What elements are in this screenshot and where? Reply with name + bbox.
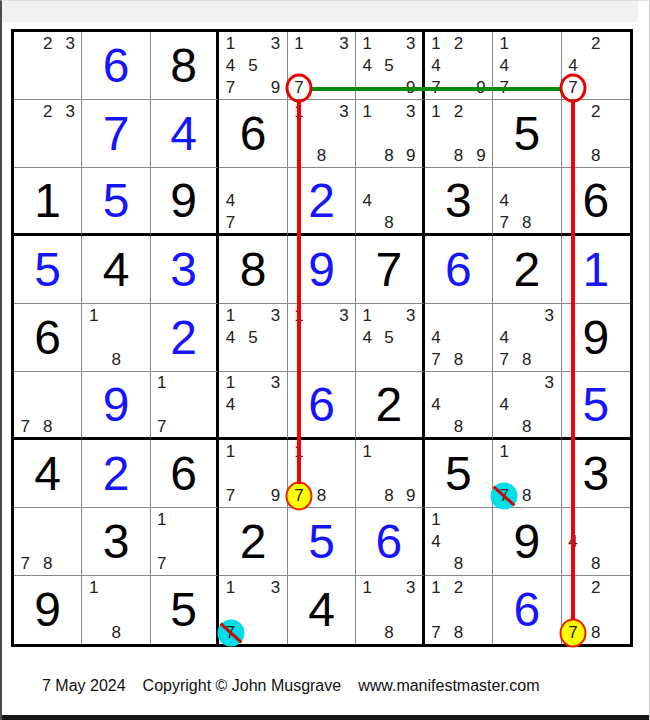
cell-r3c6[interactable]: 48 [356, 168, 424, 236]
cell-r6c3[interactable]: 17 [151, 372, 219, 440]
cell-r9c9[interactable]: 278 [562, 576, 630, 644]
candidate-2: 2 [447, 100, 469, 122]
candidate-7-cyan: 7 [493, 485, 515, 507]
solved-digit: 4 [170, 110, 197, 158]
pencil-marks: 13459 [356, 32, 421, 99]
cell-r8c3[interactable]: 17 [151, 508, 219, 576]
candidate-7: 7 [493, 211, 515, 233]
pencil-marks: 78 [14, 372, 81, 437]
given-digit: 1 [34, 177, 61, 225]
given-digit: 4 [103, 246, 130, 294]
cell-r6c4[interactable]: 134 [219, 372, 287, 440]
candidate-1: 1 [219, 576, 241, 599]
candidate-7: 7 [425, 77, 447, 99]
bottom-bar [2, 715, 649, 720]
candidate-4: 4 [425, 530, 447, 552]
cell-r7c8[interactable]: 178 [493, 440, 561, 508]
cell-r4c3[interactable]: 3 [151, 236, 219, 304]
given-digit: 2 [376, 381, 403, 429]
candidate-8: 8 [516, 485, 538, 507]
given-digit: 9 [513, 518, 540, 566]
pencil-marks: 137 [288, 32, 355, 99]
solved-digit: 6 [376, 518, 403, 566]
candidate-1: 1 [82, 576, 104, 599]
candidate-3: 3 [333, 32, 355, 54]
solved-digit: 1 [582, 246, 609, 294]
candidate-5: 5 [242, 326, 264, 348]
candidate-4: 4 [425, 326, 447, 348]
pencil-marks: 17 [151, 508, 216, 575]
pencil-marks: 48 [562, 508, 630, 575]
candidate-4: 4 [493, 326, 515, 348]
cell-r7c6[interactable]: 189 [356, 440, 424, 508]
candidate-8: 8 [378, 145, 400, 167]
candidate-2: 2 [36, 100, 58, 122]
candidate-7: 7 [493, 77, 515, 99]
cell-r5c2[interactable]: 18 [82, 304, 150, 372]
cell-r6c6[interactable]: 2 [356, 372, 424, 440]
solved-digit: 7 [103, 110, 130, 158]
given-digit: 9 [34, 586, 61, 634]
cell-r3c9[interactable]: 6 [562, 168, 630, 236]
candidate-3: 3 [538, 372, 560, 394]
pencil-marks: 1289 [425, 100, 492, 167]
candidate-1: 1 [425, 32, 447, 54]
cell-r1c4[interactable]: 134579 [219, 32, 287, 100]
cell-r1c9[interactable]: 247 [562, 32, 630, 100]
solved-digit: 3 [170, 246, 197, 294]
given-digit: 4 [34, 450, 61, 498]
cell-r3c2[interactable]: 5 [82, 168, 150, 236]
solved-digit: 2 [170, 314, 197, 362]
candidate-1: 1 [356, 576, 378, 599]
pencil-marks: 134579 [219, 32, 286, 99]
given-digit: 3 [582, 450, 609, 498]
cell-r3c3[interactable]: 9 [151, 168, 219, 236]
candidate-8: 8 [310, 485, 332, 507]
footer: 7 May 2024 Copyright © John Musgrave www… [42, 677, 540, 695]
candidate-1: 1 [151, 372, 173, 394]
candidate-8: 8 [310, 145, 332, 167]
pencil-marks: 478 [493, 168, 560, 233]
candidate-7-yellow: 7 [562, 621, 585, 644]
pencil-marks: 179 [219, 440, 286, 507]
candidate-7: 7 [151, 553, 173, 575]
candidate-1: 1 [425, 576, 447, 599]
footer-copyright: Copyright © John Musgrave [143, 677, 342, 695]
candidate-8: 8 [105, 349, 127, 371]
cell-r5c7[interactable]: 478 [425, 304, 493, 372]
pencil-marks: 147 [493, 32, 560, 99]
cell-r5c6[interactable]: 1345 [356, 304, 424, 372]
candidate-3: 3 [264, 372, 286, 394]
solved-digit: 6 [445, 246, 472, 294]
candidate-2: 2 [584, 100, 607, 122]
pencil-marks: 148 [425, 508, 492, 575]
candidate-7: 7 [425, 621, 447, 644]
pencil-marks: 78 [14, 508, 81, 575]
pencil-marks: 18 [82, 304, 149, 371]
cell-r9c3[interactable]: 5 [151, 576, 219, 644]
candidate-4: 4 [219, 326, 241, 348]
pencil-marks: 1389 [356, 100, 421, 167]
candidate-1: 1 [493, 32, 515, 54]
candidate-9: 9 [470, 145, 492, 167]
given-digit: 9 [582, 314, 609, 362]
cell-r8c7[interactable]: 148 [425, 508, 493, 576]
candidate-3: 3 [333, 100, 355, 122]
cell-r8c9[interactable]: 48 [562, 508, 630, 576]
cell-r9c7[interactable]: 1278 [425, 576, 493, 644]
given-digit: 2 [513, 246, 540, 294]
candidate-9: 9 [264, 77, 286, 99]
candidate-4: 4 [219, 190, 241, 212]
candidate-8: 8 [36, 415, 58, 437]
solved-digit: 2 [308, 177, 335, 225]
pencil-marks: 189 [356, 440, 421, 507]
board-grid: 2368134579137134591247914724723746138138… [14, 32, 630, 644]
candidate-3: 3 [264, 576, 286, 599]
pencil-marks: 1345 [219, 304, 286, 371]
cell-r7c9[interactable]: 3 [562, 440, 630, 508]
candidate-3: 3 [538, 304, 560, 326]
candidate-7-cyan: 7 [219, 621, 241, 644]
given-digit: 3 [445, 177, 472, 225]
cell-r2c6[interactable]: 1389 [356, 100, 424, 168]
candidate-2: 2 [36, 32, 58, 54]
page: 2368134579137134591247914724723746138138… [0, 0, 650, 720]
cell-r9c2[interactable]: 18 [82, 576, 150, 644]
solved-digit: 9 [308, 246, 335, 294]
candidate-4: 4 [493, 54, 515, 76]
footer-url[interactable]: www.manifestmaster.com [358, 677, 539, 695]
pencil-marks: 138 [356, 576, 421, 644]
given-digit: 8 [240, 246, 267, 294]
pencil-marks: 138 [288, 100, 355, 167]
cell-r9c8[interactable]: 6 [493, 576, 561, 644]
given-digit: 6 [34, 314, 61, 362]
cell-r3c7[interactable]: 3 [425, 168, 493, 236]
cell-r9c1[interactable]: 9 [14, 576, 82, 644]
cell-r4c2[interactable]: 4 [82, 236, 150, 304]
cell-r1c8[interactable]: 147 [493, 32, 561, 100]
candidate-2: 2 [447, 576, 469, 599]
cell-r7c1[interactable]: 4 [14, 440, 82, 508]
candidate-8: 8 [584, 553, 607, 575]
pencil-marks: 48 [425, 372, 492, 437]
cell-r8c5[interactable]: 5 [288, 508, 356, 576]
cell-r1c7[interactable]: 12479 [425, 32, 493, 100]
pencil-marks: 1278 [425, 576, 492, 644]
cell-r1c1[interactable]: 23 [14, 32, 82, 100]
given-digit: 9 [170, 177, 197, 225]
candidate-8: 8 [447, 349, 469, 371]
candidate-3: 3 [400, 100, 422, 122]
cell-r4c6[interactable]: 7 [356, 236, 424, 304]
pencil-marks: 23 [14, 32, 81, 99]
cell-r8c1[interactable]: 78 [14, 508, 82, 576]
cell-r8c8[interactable]: 9 [493, 508, 561, 576]
pencil-marks: 178 [493, 440, 560, 507]
candidate-1: 1 [356, 32, 378, 54]
candidate-7: 7 [493, 349, 515, 371]
candidate-7: 7 [151, 415, 173, 437]
cell-r3c5[interactable]: 2 [288, 168, 356, 236]
candidate-1: 1 [425, 100, 447, 122]
pencil-marks: 48 [356, 168, 421, 233]
cell-r3c8[interactable]: 478 [493, 168, 561, 236]
cell-r2c3[interactable]: 4 [151, 100, 219, 168]
cell-r2c9[interactable]: 28 [562, 100, 630, 168]
candidate-8: 8 [447, 553, 469, 575]
pencil-marks: 3478 [493, 304, 560, 371]
given-digit: 5 [445, 450, 472, 498]
cell-r4c1[interactable]: 5 [14, 236, 82, 304]
candidate-8: 8 [447, 415, 469, 437]
pencil-marks: 12479 [425, 32, 492, 99]
cell-r1c3[interactable]: 8 [151, 32, 219, 100]
cell-r1c2[interactable]: 6 [82, 32, 150, 100]
candidate-8: 8 [447, 621, 469, 644]
candidate-2: 2 [447, 32, 469, 54]
pencil-marks: 348 [493, 372, 560, 437]
cell-r7c3[interactable]: 6 [151, 440, 219, 508]
solved-digit: 5 [103, 177, 130, 225]
candidate-8: 8 [584, 621, 607, 644]
pencil-marks: 134 [219, 372, 286, 437]
pencil-marks: 278 [562, 576, 630, 644]
candidate-5: 5 [242, 54, 264, 76]
cell-r6c5[interactable]: 6 [288, 372, 356, 440]
given-digit: 6 [582, 177, 609, 225]
footer-date: 7 May 2024 [42, 677, 126, 695]
given-digit: 4 [308, 586, 335, 634]
cell-r4c7[interactable]: 6 [425, 236, 493, 304]
cell-r7c2[interactable]: 2 [82, 440, 150, 508]
cell-r2c2[interactable]: 7 [82, 100, 150, 168]
pencil-marks: 247 [562, 32, 630, 99]
candidate-7: 7 [219, 211, 241, 233]
pencil-marks: 23 [14, 100, 81, 167]
candidate-4: 4 [356, 326, 378, 348]
candidate-1: 1 [219, 304, 241, 326]
candidate-7: 7 [14, 553, 36, 575]
cell-r4c5[interactable]: 9 [288, 236, 356, 304]
candidate-1: 1 [493, 440, 515, 462]
candidate-4: 4 [219, 54, 241, 76]
cell-r7c5[interactable]: 178 [288, 440, 356, 508]
pencil-marks: 13 [288, 304, 355, 371]
candidate-4: 4 [493, 190, 515, 212]
cell-r3c4[interactable]: 47 [219, 168, 287, 236]
candidate-3: 3 [59, 32, 81, 54]
candidate-8: 8 [584, 145, 607, 167]
candidate-7: 7 [219, 77, 241, 99]
candidate-4: 4 [493, 394, 515, 416]
given-digit: 2 [240, 518, 267, 566]
candidate-1: 1 [82, 304, 104, 326]
solved-digit: 6 [308, 381, 335, 429]
candidate-8: 8 [378, 485, 400, 507]
cell-r2c8[interactable]: 5 [493, 100, 561, 168]
candidate-1: 1 [219, 440, 241, 462]
candidate-8: 8 [105, 621, 127, 644]
solved-digit: 6 [103, 42, 130, 90]
candidate-3: 3 [59, 100, 81, 122]
cell-r4c4[interactable]: 8 [219, 236, 287, 304]
candidate-4: 4 [219, 394, 241, 416]
cell-r6c7[interactable]: 48 [425, 372, 493, 440]
candidate-3: 3 [333, 304, 355, 326]
candidate-8: 8 [447, 145, 469, 167]
cell-r6c8[interactable]: 348 [493, 372, 561, 440]
cell-r1c5[interactable]: 137 [288, 32, 356, 100]
given-digit: 8 [170, 42, 197, 90]
cell-r5c3[interactable]: 2 [151, 304, 219, 372]
candidate-3: 3 [264, 32, 286, 54]
candidate-8: 8 [516, 211, 538, 233]
cell-r7c7[interactable]: 5 [425, 440, 493, 508]
pencil-marks: 478 [425, 304, 492, 371]
cell-r4c8[interactable]: 2 [493, 236, 561, 304]
solved-digit: 5 [582, 381, 609, 429]
candidate-2: 2 [584, 576, 607, 599]
solved-digit: 6 [513, 586, 540, 634]
candidate-4: 4 [356, 54, 378, 76]
cell-r9c5[interactable]: 4 [288, 576, 356, 644]
cell-r2c5[interactable]: 138 [288, 100, 356, 168]
candidate-4: 4 [562, 530, 585, 552]
candidate-7: 7 [425, 349, 447, 371]
cell-r2c7[interactable]: 1289 [425, 100, 493, 168]
pencil-marks: 137 [219, 576, 286, 644]
given-digit: 6 [240, 110, 267, 158]
cell-r2c1[interactable]: 23 [14, 100, 82, 168]
cell-r9c6[interactable]: 138 [356, 576, 424, 644]
given-digit: 5 [170, 586, 197, 634]
candidate-4: 4 [356, 190, 378, 212]
pencil-marks: 1345 [356, 304, 421, 371]
candidate-1: 1 [425, 508, 447, 530]
candidate-3: 3 [400, 32, 422, 54]
cell-r5c8[interactable]: 3478 [493, 304, 561, 372]
cell-r8c6[interactable]: 6 [356, 508, 424, 576]
candidate-9: 9 [400, 145, 422, 167]
cell-r5c9[interactable]: 9 [562, 304, 630, 372]
solved-digit: 5 [308, 518, 335, 566]
pencil-marks: 47 [219, 168, 286, 233]
cell-r6c1[interactable]: 78 [14, 372, 82, 440]
candidate-1: 1 [288, 100, 310, 122]
given-digit: 5 [513, 110, 540, 158]
candidate-7: 7 [219, 485, 241, 507]
candidate-8: 8 [36, 553, 58, 575]
candidate-7: 7 [14, 415, 36, 437]
candidate-4: 4 [425, 394, 447, 416]
pencil-marks: 18 [82, 576, 149, 644]
candidate-1: 1 [288, 32, 310, 54]
cell-r9c4[interactable]: 137 [219, 576, 287, 644]
candidate-1: 1 [219, 372, 241, 394]
candidate-2: 2 [584, 32, 607, 54]
candidate-1: 1 [151, 508, 173, 530]
cell-r6c2[interactable]: 9 [82, 372, 150, 440]
cell-r7c4[interactable]: 179 [219, 440, 287, 508]
cell-r5c1[interactable]: 6 [14, 304, 82, 372]
candidate-1: 1 [356, 304, 378, 326]
candidate-3: 3 [264, 304, 286, 326]
cell-r4c9[interactable]: 1 [562, 236, 630, 304]
candidate-1: 1 [356, 440, 378, 462]
solved-digit: 9 [103, 381, 130, 429]
candidate-9: 9 [400, 77, 422, 99]
candidate-8: 8 [378, 621, 400, 644]
solved-digit: 5 [34, 246, 61, 294]
candidate-5: 5 [378, 54, 400, 76]
cell-r2c4[interactable]: 6 [219, 100, 287, 168]
cell-r1c6[interactable]: 13459 [356, 32, 424, 100]
candidate-7-yellow: 7 [288, 485, 310, 507]
candidate-3: 3 [400, 576, 422, 599]
candidate-8: 8 [516, 415, 538, 437]
cell-r5c4[interactable]: 1345 [219, 304, 287, 372]
given-digit: 7 [376, 246, 403, 294]
candidate-1: 1 [356, 100, 378, 122]
candidate-5: 5 [378, 326, 400, 348]
given-digit: 6 [170, 450, 197, 498]
cell-r5c5[interactable]: 13 [288, 304, 356, 372]
sudoku-board: 2368134579137134591247914724723746138138… [11, 29, 633, 647]
cell-r3c1[interactable]: 1 [14, 168, 82, 236]
top-strip [2, 1, 638, 22]
candidate-7-ring: 7 [288, 77, 310, 99]
cell-r6c9[interactable]: 5 [562, 372, 630, 440]
pencil-marks: 17 [151, 372, 216, 437]
candidate-3: 3 [400, 304, 422, 326]
solved-digit: 2 [103, 450, 130, 498]
candidate-1: 1 [219, 32, 241, 54]
pencil-marks: 28 [562, 100, 630, 167]
candidate-1: 1 [288, 304, 310, 326]
pencil-marks: 178 [288, 440, 355, 507]
candidate-7-ring: 7 [562, 77, 585, 99]
candidate-8: 8 [516, 349, 538, 371]
candidate-9: 9 [400, 485, 422, 507]
candidate-9: 9 [264, 485, 286, 507]
candidate-8: 8 [378, 211, 400, 233]
candidate-4: 4 [425, 54, 447, 76]
candidate-9: 9 [470, 77, 492, 99]
candidate-1: 1 [288, 440, 310, 462]
given-digit: 3 [103, 518, 130, 566]
cell-r8c2[interactable]: 3 [82, 508, 150, 576]
cell-r8c4[interactable]: 2 [219, 508, 287, 576]
